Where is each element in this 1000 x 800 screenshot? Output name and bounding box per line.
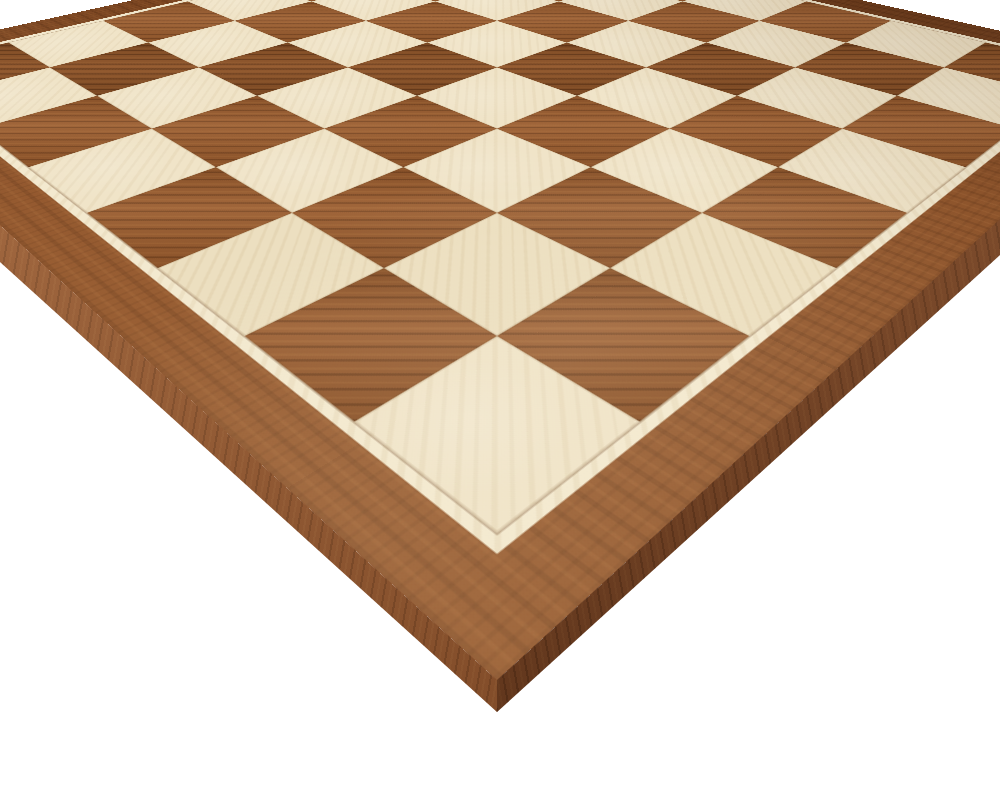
board-squares-grid bbox=[0, 0, 1000, 533]
chess-board bbox=[0, 0, 1000, 680]
chessboard-product-photo bbox=[0, 0, 1000, 800]
